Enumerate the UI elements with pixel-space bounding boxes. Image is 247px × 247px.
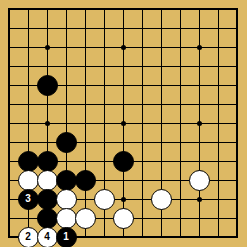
black-stone bbox=[18, 151, 39, 172]
move-number-label: 3 bbox=[25, 194, 31, 204]
white-stone bbox=[56, 189, 77, 210]
stones-layer: 3241 bbox=[0, 0, 247, 247]
move-number-label: 4 bbox=[44, 232, 50, 242]
white-stone-move-4: 4 bbox=[37, 227, 58, 247]
black-stone-move-1: 1 bbox=[56, 227, 77, 247]
white-stone bbox=[18, 170, 39, 191]
black-stone bbox=[37, 151, 58, 172]
black-stone bbox=[37, 208, 58, 229]
black-stone-move-3: 3 bbox=[18, 189, 39, 210]
white-stone bbox=[37, 170, 58, 191]
black-stone bbox=[113, 151, 134, 172]
black-stone bbox=[37, 75, 58, 96]
black-stone bbox=[56, 170, 77, 191]
white-stone bbox=[75, 208, 96, 229]
black-stone bbox=[56, 132, 77, 153]
move-number-label: 1 bbox=[63, 232, 69, 242]
white-stone bbox=[113, 208, 134, 229]
white-stone bbox=[94, 189, 115, 210]
black-stone bbox=[75, 170, 96, 191]
white-stone bbox=[189, 170, 210, 191]
move-number-label: 2 bbox=[25, 232, 31, 242]
white-stone-move-2: 2 bbox=[18, 227, 39, 247]
black-stone bbox=[37, 189, 58, 210]
go-board: 3241 bbox=[0, 0, 247, 247]
white-stone bbox=[151, 189, 172, 210]
white-stone bbox=[56, 208, 77, 229]
